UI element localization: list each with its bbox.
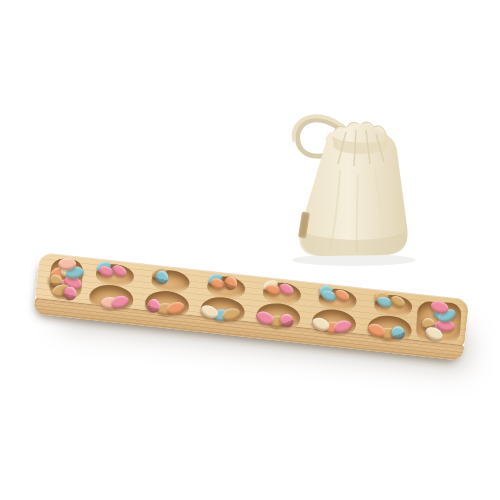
store-left[interactable]	[49, 258, 84, 300]
product-photo-scene	[0, 0, 500, 500]
pit-top-3[interactable]	[206, 275, 246, 301]
drawstring-bag	[280, 100, 430, 270]
bag-shadow	[292, 254, 416, 266]
disc-orange-standing	[224, 276, 238, 291]
pit-top-6[interactable]	[373, 293, 413, 319]
disc-pink	[110, 263, 128, 279]
disc-peach	[58, 258, 76, 271]
store-right[interactable]	[416, 301, 462, 343]
disc-orange	[333, 287, 351, 303]
disc-teal-standing	[154, 269, 170, 286]
disc-pink	[277, 281, 295, 297]
pit-top-2[interactable]	[150, 268, 190, 294]
disc-gold	[389, 294, 407, 310]
